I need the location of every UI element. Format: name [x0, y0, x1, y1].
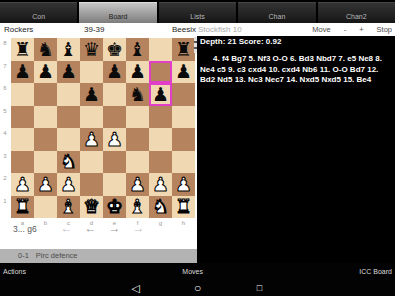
piece-black-pawn: ♟ — [175, 62, 192, 81]
square-a1[interactable]: ♜ — [11, 196, 34, 219]
square-d3[interactable] — [80, 151, 103, 174]
square-c7[interactable]: ♟ — [57, 61, 80, 84]
square-e2[interactable] — [103, 173, 126, 196]
piece-black-knight: ♞ — [37, 40, 54, 59]
current-move-label: 3... g6 — [13, 224, 37, 234]
piece-black-bishop: ♝ — [60, 40, 77, 59]
bottom-band: Actions Moves ICC Board ◁ ○ □ — [0, 263, 395, 296]
stop-button[interactable]: Stop — [377, 25, 392, 34]
square-b5[interactable] — [34, 106, 57, 129]
engine-depth-score: Depth: 21 Score: 0.92 — [200, 37, 281, 46]
square-e8[interactable]: ♚ — [103, 38, 126, 61]
square-a3[interactable] — [11, 151, 34, 174]
square-e5[interactable] — [103, 106, 126, 129]
piece-white-pawn: ♟ — [14, 175, 31, 194]
square-g1[interactable]: ♞ — [149, 196, 172, 219]
square-b2[interactable]: ♟ — [34, 173, 57, 196]
square-c8[interactable]: ♝ — [57, 38, 80, 61]
piece-black-pawn: ♟ — [129, 62, 146, 81]
move-navigation: ←←→→ — [60, 221, 145, 235]
tab-chan2[interactable]: Chan2 — [318, 2, 395, 23]
square-e7[interactable]: ♟ — [103, 61, 126, 84]
square-d2[interactable] — [80, 173, 103, 196]
square-c6[interactable] — [57, 83, 80, 106]
square-f7[interactable]: ♟ — [126, 61, 149, 84]
piece-white-pawn: ♟ — [37, 175, 54, 194]
square-d8[interactable]: ♛ — [80, 38, 103, 61]
square-a7[interactable]: ♟ — [11, 61, 34, 84]
square-b4[interactable] — [34, 128, 57, 151]
square-f8[interactable]: ♝ — [126, 38, 149, 61]
piece-black-rook: ♜ — [175, 40, 192, 59]
square-g2[interactable]: ♟ — [149, 173, 172, 196]
square-h6[interactable] — [172, 83, 195, 106]
piece-black-pawn: ♟ — [14, 62, 31, 81]
tab-chan[interactable]: Chan — [238, 2, 315, 23]
square-h1[interactable]: ♜ — [172, 196, 195, 219]
rank-label-8: 8 — [1, 40, 9, 46]
square-h5[interactable] — [172, 106, 195, 129]
square-a4[interactable] — [11, 128, 34, 151]
square-e6[interactable] — [103, 83, 126, 106]
game-result: 0-1 — [18, 251, 29, 260]
engine-controls: Move - + Stop — [312, 25, 392, 34]
square-d7[interactable] — [80, 61, 103, 84]
square-a2[interactable]: ♟ — [11, 173, 34, 196]
app-menu-bar: Actions Moves ICC Board — [0, 263, 395, 280]
tab-lists[interactable]: Lists — [159, 2, 236, 23]
square-a8[interactable]: ♜ — [11, 38, 34, 61]
result-bar[interactable]: 0-1Pirc defence — [0, 249, 197, 263]
rank-label-6: 6 — [1, 85, 9, 91]
square-g8[interactable] — [149, 38, 172, 61]
tab-board[interactable]: Board — [79, 2, 156, 23]
piece-white-rook: ♜ — [175, 197, 192, 216]
piece-black-bishop: ♝ — [129, 40, 146, 59]
piece-black-pawn: ♟ — [152, 85, 169, 104]
square-c3[interactable]: ♞ — [57, 151, 80, 174]
rank-label-7: 7 — [1, 63, 9, 69]
home-icon[interactable]: ○ — [188, 281, 208, 295]
piece-white-knight: ♞ — [152, 197, 169, 216]
piece-white-bishop: ♝ — [129, 197, 146, 216]
square-c5[interactable] — [57, 106, 80, 129]
piece-white-king: ♚ — [106, 197, 123, 216]
previous-move-icon[interactable]: ← — [84, 221, 97, 235]
piece-black-pawn: ♟ — [60, 62, 77, 81]
white-player-name: Rockers — [4, 25, 33, 34]
piece-white-bishop: ♝ — [60, 197, 77, 216]
file-label-g: g — [149, 220, 172, 226]
rank-label-3: 3 — [1, 153, 9, 159]
piece-black-pawn: ♟ — [106, 62, 123, 81]
square-h3[interactable] — [172, 151, 195, 174]
rank-label-2: 2 — [1, 175, 9, 181]
opening-name: Pirc defence — [36, 251, 78, 260]
square-e3[interactable] — [103, 151, 126, 174]
minus-button[interactable]: - — [344, 25, 347, 34]
icc-board-menu-button[interactable]: ICC Board — [359, 268, 392, 275]
square-f5[interactable] — [126, 106, 149, 129]
square-h4[interactable] — [172, 128, 195, 151]
chess-board: ♜♞♝♛♚♝♜♟♟♟♟♟♟♟♞♟♟♟♞♟♟♟♟♟♟♜♝♛♚♝♞♜ — [11, 38, 195, 218]
square-d1[interactable]: ♛ — [80, 196, 103, 219]
square-b6[interactable] — [34, 83, 57, 106]
square-d4[interactable]: ♟ — [80, 128, 103, 151]
moves-menu-button[interactable]: Moves — [182, 268, 203, 275]
tab-bar: Con Board Lists Chan Chan2 — [0, 0, 395, 23]
game-header: Rockers 39-39 Beesix Stockfish 10 Move -… — [0, 23, 395, 36]
actions-menu-button[interactable]: Actions — [3, 268, 26, 275]
android-navigation-bar: ◁ ○ □ — [0, 280, 395, 296]
back-icon[interactable]: ◁ — [126, 282, 146, 295]
square-g6[interactable]: ♟ — [149, 83, 172, 106]
square-b7[interactable]: ♟ — [34, 61, 57, 84]
move-button[interactable]: Move — [312, 25, 330, 34]
square-f1[interactable]: ♝ — [126, 196, 149, 219]
piece-white-pawn: ♟ — [83, 130, 100, 149]
piece-white-pawn: ♟ — [106, 130, 123, 149]
last-move-icon[interactable]: → — [132, 221, 145, 235]
square-a6[interactable] — [11, 83, 34, 106]
square-f6[interactable]: ♞ — [126, 83, 149, 106]
square-c1[interactable]: ♝ — [57, 196, 80, 219]
piece-white-pawn: ♟ — [129, 175, 146, 194]
square-h7[interactable]: ♟ — [172, 61, 195, 84]
file-label-b: b — [34, 220, 57, 226]
square-b1[interactable] — [34, 196, 57, 219]
rank-label-5: 5 — [1, 108, 9, 114]
square-e4[interactable]: ♟ — [103, 128, 126, 151]
piece-white-pawn: ♟ — [175, 175, 192, 194]
piece-black-pawn: ♟ — [83, 85, 100, 104]
square-f4[interactable] — [126, 128, 149, 151]
square-e1[interactable]: ♚ — [103, 196, 126, 219]
square-g4[interactable] — [149, 128, 172, 151]
file-label-h: h — [172, 220, 195, 226]
square-b3[interactable] — [34, 151, 57, 174]
square-a5[interactable] — [11, 106, 34, 129]
piece-white-pawn: ♟ — [152, 175, 169, 194]
piece-white-queen: ♛ — [83, 197, 100, 216]
piece-black-knight: ♞ — [129, 85, 146, 104]
first-move-icon[interactable]: ← — [60, 221, 73, 235]
piece-white-pawn: ♟ — [60, 175, 77, 194]
black-player-name: Beesix — [172, 25, 196, 34]
square-d5[interactable] — [80, 106, 103, 129]
piece-black-queen: ♛ — [83, 40, 100, 59]
board-pane: ♜♞♝♛♚♝♜♟♟♟♟♟♟♟♞♟♟♟♞♟♟♟♟♟♟♜♝♛♚♝♞♜ 8765432… — [0, 36, 197, 263]
piece-black-rook: ♜ — [14, 40, 31, 59]
chess-app-screen: Con Board Lists Chan Chan2 Rockers 39-39… — [0, 0, 395, 296]
square-f2[interactable]: ♟ — [126, 173, 149, 196]
engine-name-label: Stockfish 10 — [198, 25, 242, 34]
rank-label-1: 1 — [1, 198, 9, 204]
piece-white-knight: ♞ — [60, 152, 77, 171]
engine-analysis-panel: Depth: 21 Score: 0.92 4. f4 Bg7 5. Nf3 O… — [197, 36, 395, 263]
plus-button[interactable]: + — [359, 25, 363, 34]
square-g7[interactable] — [149, 61, 172, 84]
piece-black-pawn: ♟ — [37, 62, 54, 81]
tab-con[interactable]: Con — [0, 2, 77, 23]
engine-move-list: 4. f4 Bg7 5. Nf3 O-O 6. Bd3 Nbd7 7. e5 N… — [200, 54, 390, 86]
piece-black-king: ♚ — [106, 40, 123, 59]
square-b8[interactable]: ♞ — [34, 38, 57, 61]
square-g5[interactable] — [149, 106, 172, 129]
square-c2[interactable]: ♟ — [57, 173, 80, 196]
square-f3[interactable] — [126, 151, 149, 174]
square-c4[interactable] — [57, 128, 80, 151]
rank-label-4: 4 — [1, 130, 9, 136]
square-d6[interactable]: ♟ — [80, 83, 103, 106]
square-h8[interactable]: ♜ — [172, 38, 195, 61]
square-h2[interactable]: ♟ — [172, 173, 195, 196]
piece-white-rook: ♜ — [14, 197, 31, 216]
game-clock: 39-39 — [84, 25, 104, 34]
square-g3[interactable] — [149, 151, 172, 174]
next-move-icon[interactable]: → — [108, 221, 121, 235]
recents-icon[interactable]: □ — [250, 283, 270, 293]
